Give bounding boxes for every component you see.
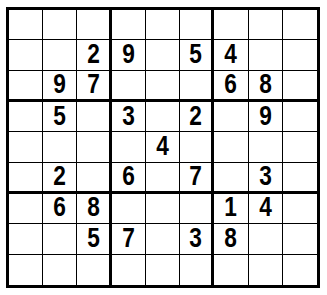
given-digit: 2 — [54, 163, 67, 191]
cell-r5c3[interactable] — [77, 132, 111, 162]
cell-r2c7[interactable]: 4 — [214, 40, 248, 70]
given-digit: 8 — [225, 225, 238, 253]
cell-r3c9[interactable] — [283, 71, 317, 102]
cell-r9c3[interactable] — [77, 255, 111, 285]
cell-r9c8[interactable] — [249, 255, 283, 285]
given-digit: 5 — [87, 225, 100, 253]
given-digit: 4 — [225, 41, 238, 69]
cell-r9c1[interactable] — [9, 255, 43, 285]
cell-r7c5[interactable] — [146, 194, 180, 224]
cell-r3c7[interactable]: 6 — [214, 71, 248, 102]
cell-r9c9[interactable] — [283, 255, 317, 285]
cell-r9c4[interactable] — [112, 255, 146, 285]
cell-r9c5[interactable] — [146, 255, 180, 285]
cell-r9c2[interactable] — [43, 255, 77, 285]
cell-r4c8[interactable]: 9 — [249, 102, 283, 132]
given-digit: 9 — [54, 71, 67, 99]
cell-r1c6[interactable] — [180, 10, 214, 40]
given-digit: 6 — [122, 163, 135, 191]
cell-r7c3[interactable]: 8 — [77, 194, 111, 224]
cell-r2c5[interactable] — [146, 40, 180, 70]
given-digit: 8 — [87, 194, 100, 222]
cell-r1c2[interactable] — [43, 10, 77, 40]
cell-r4c9[interactable] — [283, 102, 317, 132]
cell-r5c4[interactable] — [112, 132, 146, 162]
cell-r8c9[interactable] — [283, 224, 317, 254]
cell-r1c7[interactable] — [214, 10, 248, 40]
cell-r5c7[interactable] — [214, 132, 248, 162]
cell-r3c5[interactable] — [146, 71, 180, 102]
cell-r8c2[interactable] — [43, 224, 77, 254]
cell-r8c3[interactable]: 5 — [77, 224, 111, 254]
cell-r7c8[interactable]: 4 — [249, 194, 283, 224]
given-digit: 5 — [189, 41, 202, 69]
given-digit: 3 — [259, 163, 272, 191]
cell-r4c6[interactable]: 2 — [180, 102, 214, 132]
cell-r3c6[interactable] — [180, 71, 214, 102]
cell-r2c8[interactable] — [249, 40, 283, 70]
given-digit: 5 — [54, 103, 67, 131]
cell-r8c7[interactable]: 8 — [214, 224, 248, 254]
cell-r2c9[interactable] — [283, 40, 317, 70]
given-digit: 6 — [225, 71, 238, 99]
cell-r4c7[interactable] — [214, 102, 248, 132]
cell-r6c8[interactable]: 3 — [249, 163, 283, 194]
cell-r6c3[interactable] — [77, 163, 111, 194]
cell-r7c7[interactable]: 1 — [214, 194, 248, 224]
cell-r1c3[interactable] — [77, 10, 111, 40]
cell-r4c3[interactable] — [77, 102, 111, 132]
cell-r6c4[interactable]: 6 — [112, 163, 146, 194]
given-digit: 4 — [156, 133, 169, 161]
given-digit: 9 — [259, 103, 272, 131]
cell-r6c7[interactable] — [214, 163, 248, 194]
cell-r2c6[interactable]: 5 — [180, 40, 214, 70]
cell-r7c9[interactable] — [283, 194, 317, 224]
cell-r4c1[interactable] — [9, 102, 43, 132]
given-digit: 4 — [259, 194, 272, 222]
cell-r8c6[interactable]: 3 — [180, 224, 214, 254]
given-digit: 2 — [87, 41, 100, 69]
given-digit: 3 — [189, 225, 202, 253]
cell-r6c6[interactable]: 7 — [180, 163, 214, 194]
cell-r4c4[interactable]: 3 — [112, 102, 146, 132]
cell-r2c3[interactable]: 2 — [77, 40, 111, 70]
cell-r5c1[interactable] — [9, 132, 43, 162]
given-digit: 1 — [225, 194, 238, 222]
cell-r6c1[interactable] — [9, 163, 43, 194]
cell-r9c7[interactable] — [214, 255, 248, 285]
cell-r5c8[interactable] — [249, 132, 283, 162]
cell-r8c8[interactable] — [249, 224, 283, 254]
cell-r3c8[interactable]: 8 — [249, 71, 283, 102]
sudoku-board: 2954976853294267368145738 — [6, 7, 320, 288]
cell-r2c2[interactable] — [43, 40, 77, 70]
cell-r4c2[interactable]: 5 — [43, 102, 77, 132]
cell-r8c5[interactable] — [146, 224, 180, 254]
cell-r3c2[interactable]: 9 — [43, 71, 77, 102]
cell-r1c9[interactable] — [283, 10, 317, 40]
sudoku-page: 2954976853294267368145738 — [0, 0, 327, 295]
cell-r7c6[interactable] — [180, 194, 214, 224]
cell-r2c1[interactable] — [9, 40, 43, 70]
cell-r9c6[interactable] — [180, 255, 214, 285]
cell-r1c8[interactable] — [249, 10, 283, 40]
given-digit: 7 — [87, 71, 100, 99]
cell-r5c2[interactable] — [43, 132, 77, 162]
cell-r3c1[interactable] — [9, 71, 43, 102]
given-digit: 6 — [54, 194, 67, 222]
cell-r7c2[interactable]: 6 — [43, 194, 77, 224]
cell-r4c5[interactable] — [146, 102, 180, 132]
cell-r2c4[interactable]: 9 — [112, 40, 146, 70]
cell-r5c6[interactable] — [180, 132, 214, 162]
given-digit: 9 — [122, 41, 135, 69]
cell-r1c4[interactable] — [112, 10, 146, 40]
cell-r3c4[interactable] — [112, 71, 146, 102]
cell-r6c9[interactable] — [283, 163, 317, 194]
cell-r5c9[interactable] — [283, 132, 317, 162]
cell-r8c4[interactable]: 7 — [112, 224, 146, 254]
cell-r6c5[interactable] — [146, 163, 180, 194]
cell-r5c5[interactable]: 4 — [146, 132, 180, 162]
cell-r8c1[interactable] — [9, 224, 43, 254]
cell-r1c1[interactable] — [9, 10, 43, 40]
given-digit: 7 — [122, 225, 135, 253]
cell-r7c1[interactable] — [9, 194, 43, 224]
given-digit: 7 — [189, 163, 202, 191]
cell-r6c2[interactable]: 2 — [43, 163, 77, 194]
given-digit: 2 — [189, 103, 202, 131]
cell-r1c5[interactable] — [146, 10, 180, 40]
cell-r7c4[interactable] — [112, 194, 146, 224]
given-digit: 3 — [122, 103, 135, 131]
given-digit: 8 — [259, 71, 272, 99]
cell-r3c3[interactable]: 7 — [77, 71, 111, 102]
